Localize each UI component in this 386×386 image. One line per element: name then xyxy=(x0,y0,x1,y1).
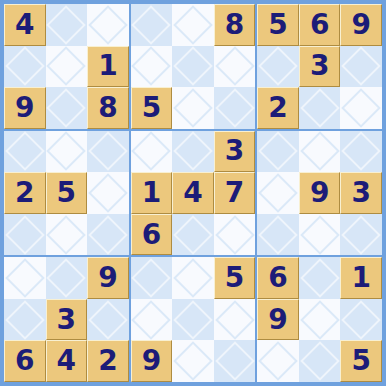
cell-r8c6[interactable] xyxy=(214,299,256,341)
cell-r3c9[interactable] xyxy=(340,87,382,129)
given-digit: 5 xyxy=(351,347,370,375)
given-digit: 4 xyxy=(57,347,76,375)
cell-r4c3[interactable] xyxy=(87,131,129,173)
given-digit: 9 xyxy=(98,264,117,292)
cell-r4c4[interactable] xyxy=(131,131,173,173)
cell-r2c3: 1 xyxy=(87,46,129,88)
cell-r1c1: 4 xyxy=(4,4,46,46)
cell-r2c9[interactable] xyxy=(340,46,382,88)
cell-r5c2: 5 xyxy=(46,172,88,214)
cell-r1c3[interactable] xyxy=(87,4,129,46)
cell-r1c9: 9 xyxy=(340,4,382,46)
given-digit: 3 xyxy=(225,137,244,165)
given-digit: 2 xyxy=(268,94,287,122)
cell-r1c5[interactable] xyxy=(172,4,214,46)
cell-r5c1: 2 xyxy=(4,172,46,214)
cell-r7c9: 1 xyxy=(340,257,382,299)
cell-r4c1[interactable] xyxy=(4,131,46,173)
given-digit: 4 xyxy=(183,179,202,207)
cell-r7c8[interactable] xyxy=(299,257,341,299)
box-1-3: 56932 xyxy=(257,4,382,129)
cell-r3c7: 2 xyxy=(257,87,299,129)
cell-r2c8: 3 xyxy=(299,46,341,88)
cell-r1c2[interactable] xyxy=(46,4,88,46)
given-digit: 4 xyxy=(15,11,34,39)
cell-r6c9[interactable] xyxy=(340,214,382,256)
cell-r8c8[interactable] xyxy=(299,299,341,341)
cell-r8c9[interactable] xyxy=(340,299,382,341)
cell-r6c4: 6 xyxy=(131,214,173,256)
cell-r8c2: 3 xyxy=(46,299,88,341)
cell-r2c7[interactable] xyxy=(257,46,299,88)
cell-r2c1[interactable] xyxy=(4,46,46,88)
given-digit: 9 xyxy=(268,306,287,334)
given-digit: 5 xyxy=(225,264,244,292)
cell-r7c6: 5 xyxy=(214,257,256,299)
box-2-1: 25 xyxy=(4,131,129,256)
given-digit: 6 xyxy=(15,347,34,375)
box-2-2: 31476 xyxy=(131,131,256,256)
cell-r3c8[interactable] xyxy=(299,87,341,129)
cell-r1c7: 5 xyxy=(257,4,299,46)
given-digit: 1 xyxy=(351,264,370,292)
cell-r8c5[interactable] xyxy=(172,299,214,341)
cell-r5c3[interactable] xyxy=(87,172,129,214)
given-digit: 3 xyxy=(351,179,370,207)
given-digit: 6 xyxy=(310,11,329,39)
given-digit: 5 xyxy=(57,179,76,207)
cell-r3c6[interactable] xyxy=(214,87,256,129)
cell-r5c5: 4 xyxy=(172,172,214,214)
given-digit: 5 xyxy=(142,94,161,122)
cell-r1c4[interactable] xyxy=(131,4,173,46)
given-digit: 6 xyxy=(142,221,161,249)
given-digit: 9 xyxy=(15,94,34,122)
cell-r5c9: 3 xyxy=(340,172,382,214)
cell-r7c7: 6 xyxy=(257,257,299,299)
cell-r6c6[interactable] xyxy=(214,214,256,256)
cell-r9c7[interactable] xyxy=(257,340,299,382)
cell-r5c8: 9 xyxy=(299,172,341,214)
cell-r6c5[interactable] xyxy=(172,214,214,256)
cell-r4c9[interactable] xyxy=(340,131,382,173)
cell-r3c4: 5 xyxy=(131,87,173,129)
given-digit: 9 xyxy=(310,179,329,207)
cell-r3c5[interactable] xyxy=(172,87,214,129)
cell-r9c4: 9 xyxy=(131,340,173,382)
given-digit: 3 xyxy=(310,52,329,80)
cell-r4c8[interactable] xyxy=(299,131,341,173)
cell-r7c2[interactable] xyxy=(46,257,88,299)
cell-r3c3: 8 xyxy=(87,87,129,129)
box-3-2: 59 xyxy=(131,257,256,382)
cell-r7c3: 9 xyxy=(87,257,129,299)
given-digit: 1 xyxy=(142,179,161,207)
cell-r5c7[interactable] xyxy=(257,172,299,214)
given-digit: 9 xyxy=(351,11,370,39)
cell-r4c7[interactable] xyxy=(257,131,299,173)
cell-r9c9: 5 xyxy=(340,340,382,382)
cell-r2c4[interactable] xyxy=(131,46,173,88)
cell-r8c7: 9 xyxy=(257,299,299,341)
given-digit: 2 xyxy=(15,179,34,207)
given-digit: 8 xyxy=(225,11,244,39)
box-3-1: 93642 xyxy=(4,257,129,382)
cell-r4c6: 3 xyxy=(214,131,256,173)
cell-r6c1[interactable] xyxy=(4,214,46,256)
given-digit: 1 xyxy=(98,52,117,80)
sudoku-board: 4198855693225314769393642596195 xyxy=(0,0,386,386)
cell-r8c4[interactable] xyxy=(131,299,173,341)
cell-r7c5[interactable] xyxy=(172,257,214,299)
cell-r9c3: 2 xyxy=(87,340,129,382)
given-digit: 6 xyxy=(268,264,287,292)
cell-r9c2: 4 xyxy=(46,340,88,382)
cell-r2c6[interactable] xyxy=(214,46,256,88)
cell-r9c5[interactable] xyxy=(172,340,214,382)
cell-r6c7[interactable] xyxy=(257,214,299,256)
given-digit: 5 xyxy=(268,11,287,39)
cell-r9c8[interactable] xyxy=(299,340,341,382)
given-digit: 8 xyxy=(98,94,117,122)
cell-r6c3[interactable] xyxy=(87,214,129,256)
cell-r8c3[interactable] xyxy=(87,299,129,341)
cell-r6c8[interactable] xyxy=(299,214,341,256)
box-3-3: 6195 xyxy=(257,257,382,382)
cell-r2c5[interactable] xyxy=(172,46,214,88)
cell-r9c6[interactable] xyxy=(214,340,256,382)
box-1-1: 4198 xyxy=(4,4,129,129)
given-digit: 7 xyxy=(225,179,244,207)
cell-r7c4[interactable] xyxy=(131,257,173,299)
given-digit: 2 xyxy=(98,347,117,375)
cell-r6c2[interactable] xyxy=(46,214,88,256)
cell-r1c6: 8 xyxy=(214,4,256,46)
cell-r5c4: 1 xyxy=(131,172,173,214)
cell-r1c8: 6 xyxy=(299,4,341,46)
cell-r3c1: 9 xyxy=(4,87,46,129)
cell-r3c2[interactable] xyxy=(46,87,88,129)
cell-r5c6: 7 xyxy=(214,172,256,214)
given-digit: 3 xyxy=(57,306,76,334)
cell-r8c1[interactable] xyxy=(4,299,46,341)
box-2-3: 93 xyxy=(257,131,382,256)
cell-r9c1: 6 xyxy=(4,340,46,382)
cell-r7c1[interactable] xyxy=(4,257,46,299)
cell-r4c2[interactable] xyxy=(46,131,88,173)
given-digit: 9 xyxy=(142,347,161,375)
box-1-2: 85 xyxy=(131,4,256,129)
cell-r2c2[interactable] xyxy=(46,46,88,88)
cell-r4c5[interactable] xyxy=(172,131,214,173)
